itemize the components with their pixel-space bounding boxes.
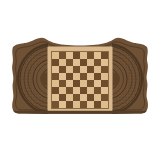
square-g7 xyxy=(94,59,101,66)
square-e1 xyxy=(80,101,87,108)
square-e2 xyxy=(80,94,87,101)
square-g8 xyxy=(94,52,101,59)
square-c7 xyxy=(66,59,73,66)
square-d8 xyxy=(73,52,80,59)
square-b4 xyxy=(59,80,66,87)
square-a2 xyxy=(52,94,59,101)
square-c6 xyxy=(66,66,73,73)
square-c2 xyxy=(66,94,73,101)
square-e4 xyxy=(80,80,87,87)
square-f2 xyxy=(87,94,94,101)
square-g5 xyxy=(94,73,101,80)
square-d7 xyxy=(73,59,80,66)
square-g3 xyxy=(94,87,101,94)
square-h8 xyxy=(101,52,108,59)
square-a1 xyxy=(52,101,59,108)
square-f1 xyxy=(87,101,94,108)
square-h2 xyxy=(101,94,108,101)
square-d3 xyxy=(73,87,80,94)
square-e5 xyxy=(80,73,87,80)
square-h6 xyxy=(101,66,108,73)
square-f8 xyxy=(87,52,94,59)
square-f7 xyxy=(87,59,94,66)
square-c4 xyxy=(66,80,73,87)
square-b8 xyxy=(59,52,66,59)
square-a7 xyxy=(52,59,59,66)
square-e8 xyxy=(80,52,87,59)
square-g2 xyxy=(94,94,101,101)
square-d6 xyxy=(73,66,80,73)
square-b3 xyxy=(59,87,66,94)
square-a6 xyxy=(52,66,59,73)
square-b7 xyxy=(59,59,66,66)
chessboard-grid xyxy=(52,52,108,108)
square-h7 xyxy=(101,59,108,66)
square-g6 xyxy=(94,66,101,73)
square-h3 xyxy=(101,87,108,94)
square-g1 xyxy=(94,101,101,108)
square-e7 xyxy=(80,59,87,66)
square-e3 xyxy=(80,87,87,94)
product-photo-scene xyxy=(0,0,160,160)
square-f6 xyxy=(87,66,94,73)
square-c8 xyxy=(66,52,73,59)
square-c1 xyxy=(66,101,73,108)
square-a5 xyxy=(52,73,59,80)
square-c3 xyxy=(66,87,73,94)
square-e6 xyxy=(80,66,87,73)
square-d2 xyxy=(73,94,80,101)
square-a4 xyxy=(52,80,59,87)
square-d4 xyxy=(73,80,80,87)
square-b5 xyxy=(59,73,66,80)
square-f3 xyxy=(87,87,94,94)
square-f5 xyxy=(87,73,94,80)
case-bottom-rim xyxy=(11,111,149,116)
square-h1 xyxy=(101,101,108,108)
square-f4 xyxy=(87,80,94,87)
square-b6 xyxy=(59,66,66,73)
square-h4 xyxy=(101,80,108,87)
square-g4 xyxy=(94,80,101,87)
square-h5 xyxy=(101,73,108,80)
square-d5 xyxy=(73,73,80,80)
square-d1 xyxy=(73,101,80,108)
square-b1 xyxy=(59,101,66,108)
square-b2 xyxy=(59,94,66,101)
square-c5 xyxy=(66,73,73,80)
square-a8 xyxy=(52,52,59,59)
square-a3 xyxy=(52,87,59,94)
